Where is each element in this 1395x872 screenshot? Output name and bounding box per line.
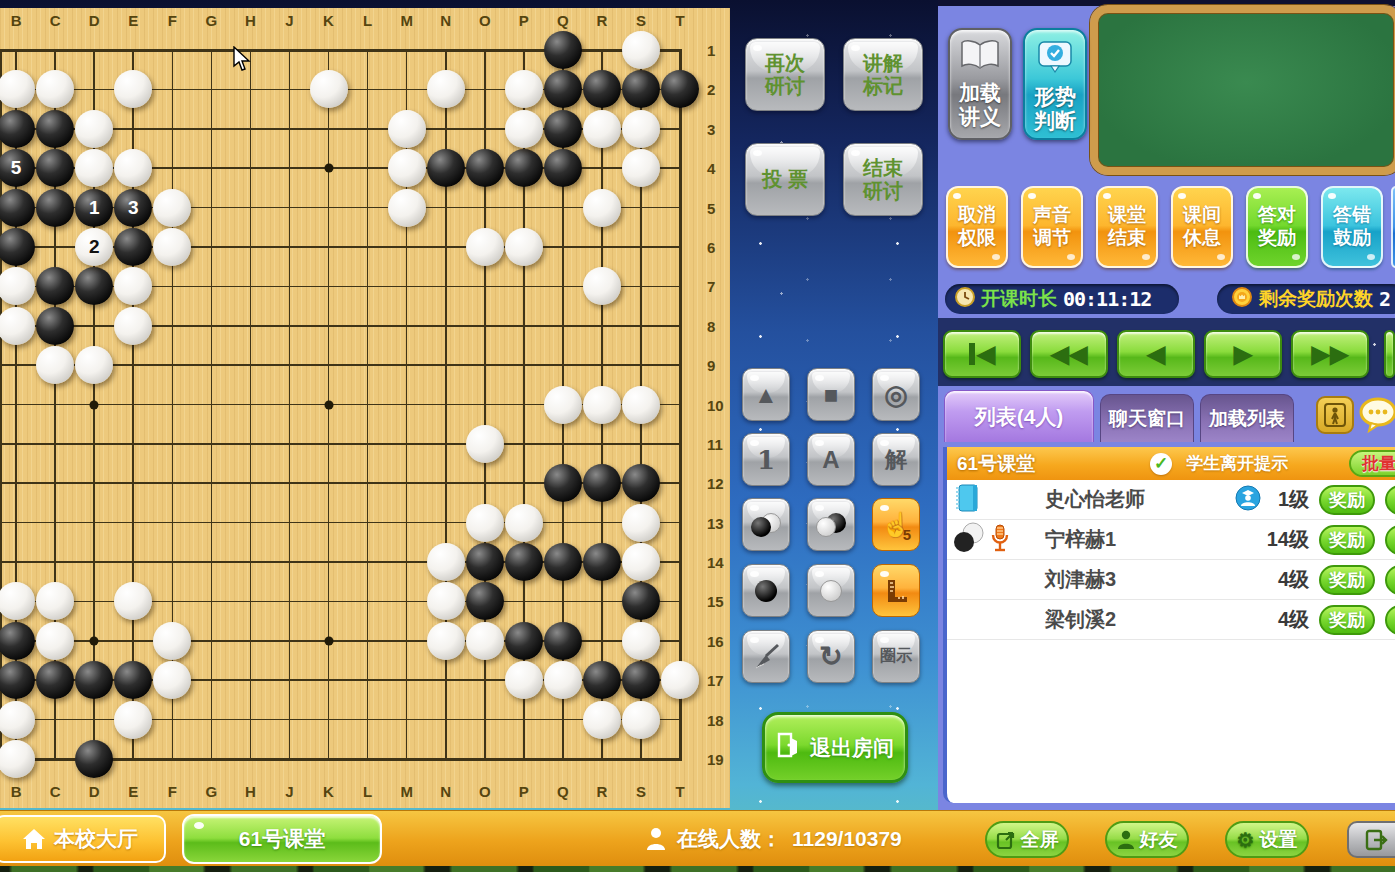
black-stone-E6 <box>114 228 152 266</box>
roster-row-2[interactable]: 宁梓赫114级奖励 <box>947 520 1395 560</box>
person-icon <box>645 827 667 851</box>
black-stone-Q3 <box>544 110 582 148</box>
white-stone-R18 <box>583 701 621 739</box>
star-point <box>90 636 99 645</box>
bottom-bar: 本校大厅 61号课堂 在线人数： 1129/10379 全屏 好友 ⚙ 设置 <box>0 810 1395 866</box>
black-stone-C8 <box>36 307 74 345</box>
col-label-bottom: O <box>479 783 491 800</box>
class-button-5[interactable]: 答对奖励 <box>1246 186 1308 268</box>
black-stone-S17 <box>622 661 660 699</box>
col-label-top: B <box>11 12 22 29</box>
school-hall-label: 本校大厅 <box>54 825 138 853</box>
reward-count-label: 剩余奖励次数 <box>1259 286 1373 312</box>
student-name: 史心怡老师 <box>1045 486 1145 513</box>
col-label-bottom: F <box>168 783 177 800</box>
black-stone-B16 <box>0 622 35 660</box>
black-stone-T2 <box>661 70 699 108</box>
white-stone-C16 <box>36 622 74 660</box>
class-timer-value: 00:11:12 <box>1063 287 1151 311</box>
black-stone-Q12 <box>544 464 582 502</box>
col-label-top: T <box>675 12 684 29</box>
row-label: 13 <box>707 514 724 531</box>
black-stone-P16 <box>505 622 543 660</box>
col-label-top: J <box>285 12 293 29</box>
leave-hint-label: 学生离开提示 <box>1186 452 1288 475</box>
black-stone-B4: 5 <box>0 149 35 187</box>
col-label-top: Q <box>557 12 569 29</box>
black-stone-C17 <box>36 661 74 699</box>
white-stone-F5 <box>153 189 191 227</box>
class-timer-label: 开课时长 <box>981 286 1057 312</box>
exit-door-icon <box>776 732 802 763</box>
row-label: 5 <box>707 199 715 216</box>
reward-count-bar: 剩余奖励次数 2 <box>1217 284 1395 314</box>
roster-row-4[interactable]: 梁钊溪24级奖励 <box>947 600 1395 640</box>
white-stone-B2 <box>0 70 35 108</box>
black-stone-O4 <box>466 149 504 187</box>
white-stone-Q10 <box>544 386 582 424</box>
col-label-bottom: B <box>11 783 22 800</box>
black-stone-S15 <box>622 582 660 620</box>
chalkboard <box>1090 5 1395 175</box>
row-label: 8 <box>707 317 715 334</box>
exit-room-label: 退出房间 <box>810 734 894 762</box>
white-stone-R10 <box>583 386 621 424</box>
white-stone-O6 <box>466 228 504 266</box>
white-stone-S13 <box>622 504 660 542</box>
roster-row-3[interactable]: 刘津赫34级奖励 <box>947 560 1395 600</box>
room-name: 61号课堂 <box>957 451 1035 477</box>
white-stone-N15 <box>427 582 465 620</box>
forward-button[interactable]: ▶ <box>1204 330 1282 378</box>
black-stone-B17 <box>0 661 35 699</box>
white-stone-P2 <box>505 70 543 108</box>
col-label-top: N <box>440 12 451 29</box>
discuss-again-button[interactable]: 再次研讨 <box>745 38 825 111</box>
tab-load-list[interactable]: 加载列表 <box>1200 394 1294 442</box>
white-stone-F17 <box>153 661 191 699</box>
black-stone-E17 <box>114 661 152 699</box>
black-stone-Q2 <box>544 70 582 108</box>
alternate-black-first-button[interactable] <box>742 498 790 551</box>
load-lecture-label: 加载讲义 <box>959 81 1001 129</box>
vote-button[interactable]: 投 票 <box>745 143 825 216</box>
row-label: 10 <box>707 396 724 413</box>
col-label-bottom: C <box>50 783 61 800</box>
black-stone-R2 <box>583 70 621 108</box>
row-label: 18 <box>707 711 724 728</box>
white-stone-O13 <box>466 504 504 542</box>
white-stone-C2 <box>36 70 74 108</box>
logout-button[interactable] <box>1347 821 1395 858</box>
black-stone-D17 <box>75 661 113 699</box>
col-label-bottom: K <box>323 783 334 800</box>
answer-marker-button[interactable]: 解 <box>872 433 920 486</box>
col-label-bottom: H <box>245 783 256 800</box>
col-label-top: O <box>479 12 491 29</box>
nav-button-cutoff[interactable] <box>1384 330 1395 378</box>
col-label-top: G <box>206 12 218 29</box>
black-stone-B6 <box>0 228 35 266</box>
roster-rows: 史心怡老师1级奖励宁梓赫114级奖励刘津赫34级奖励梁钊溪24级奖励 <box>947 480 1395 640</box>
col-label-bottom: Q <box>557 783 569 800</box>
white-stone-B18 <box>0 701 35 739</box>
white-stone-S16 <box>622 622 660 660</box>
white-stone-S3 <box>622 110 660 148</box>
check-bubble-icon <box>1035 40 1075 79</box>
class-button-6[interactable]: 答错鼓励 <box>1321 186 1383 268</box>
col-label-top: D <box>89 12 100 29</box>
class-button-2[interactable]: 声音调节 <box>1021 186 1083 268</box>
room-tab[interactable]: 61号课堂 <box>182 814 382 864</box>
col-label-bottom: D <box>89 783 100 800</box>
col-label-bottom: N <box>440 783 451 800</box>
row-label: 15 <box>707 593 724 610</box>
row-label: 2 <box>707 81 715 98</box>
white-stone-tool-button[interactable] <box>807 564 855 617</box>
white-stone-E7 <box>114 267 152 305</box>
settings-label: 设置 <box>1259 827 1297 853</box>
logout-icon <box>1365 829 1389 851</box>
gear-icon: ⚙ <box>1237 828 1255 852</box>
white-stone-N16 <box>427 622 465 660</box>
black-stone-B5 <box>0 189 35 227</box>
square-marker-button[interactable]: ■ <box>807 368 855 421</box>
medal-icon <box>1231 286 1253 312</box>
col-label-bottom: E <box>128 783 138 800</box>
fast-forward-button[interactable]: ▶▶ <box>1291 330 1369 378</box>
white-stone-E15 <box>114 582 152 620</box>
row-label: 14 <box>707 554 724 571</box>
row-label: 19 <box>707 751 724 768</box>
class-button-cutoff[interactable] <box>1391 186 1395 268</box>
row-label: 11 <box>707 435 723 452</box>
star-point <box>90 400 99 409</box>
class-button-1[interactable]: 取消权限 <box>946 186 1008 268</box>
go-stones-icon <box>953 522 987 558</box>
hand-five-button[interactable]: ☝5 <box>872 498 920 551</box>
col-label-top: H <box>245 12 256 29</box>
star-point <box>324 400 333 409</box>
white-stone-M3 <box>388 110 426 148</box>
white-stone-P6 <box>505 228 543 266</box>
student-level: 4级 <box>1278 566 1309 593</box>
col-label-top: R <box>597 12 608 29</box>
fullscreen-icon <box>996 830 1016 850</box>
triangle-marker-button[interactable]: ▲ <box>742 368 790 421</box>
white-stone-S10 <box>622 386 660 424</box>
star-point <box>324 164 333 173</box>
white-stone-S1 <box>622 31 660 69</box>
black-stone-C3 <box>36 110 74 148</box>
reward-button[interactable]: 奖励 <box>1319 485 1375 515</box>
col-label-top: K <box>323 12 334 29</box>
white-stone-C15 <box>36 582 74 620</box>
online-value: 1129/10379 <box>792 827 902 851</box>
settings-button[interactable]: ⚙ 设置 <box>1225 821 1309 858</box>
white-stone-D3 <box>75 110 113 148</box>
teacher-badge-icon <box>1235 485 1261 515</box>
friend-icon <box>1117 830 1135 850</box>
student-level: 14级 <box>1267 526 1309 553</box>
reward-count-value: 2 <box>1379 287 1390 311</box>
white-stone-M5 <box>388 189 426 227</box>
alternate-white-first-button[interactable] <box>807 498 855 551</box>
student-name: 梁钊溪2 <box>1045 606 1116 633</box>
black-stone-O14 <box>466 543 504 581</box>
white-stone-E2 <box>114 70 152 108</box>
col-label-bottom: G <box>206 783 218 800</box>
white-stone-M4 <box>388 149 426 187</box>
student-leave-icon[interactable] <box>1316 396 1354 434</box>
white-stone-D9 <box>75 346 113 384</box>
col-label-bottom: T <box>675 783 684 800</box>
classroom-panel: 加载讲义 形势判断 取消权限声音调节课堂结束课间休息答对奖励答错鼓励 开课时长 … <box>938 0 1395 810</box>
col-label-top: P <box>519 12 529 29</box>
black-stone-S2 <box>622 70 660 108</box>
broom-clear-button[interactable] <box>742 630 790 683</box>
book-icon <box>959 40 1001 75</box>
student-level: 4级 <box>1278 606 1309 633</box>
black-stone-Q4 <box>544 149 582 187</box>
white-stone-O11 <box>466 425 504 463</box>
tab-list[interactable]: 列表(4人) <box>944 390 1094 442</box>
reward-button-cutoff[interactable] <box>1385 485 1395 515</box>
white-stone-K2 <box>310 70 348 108</box>
explain-marks-button[interactable]: 讲解标记 <box>843 38 923 111</box>
black-stone-C5 <box>36 189 74 227</box>
row-label: 17 <box>707 672 724 689</box>
row-label: 9 <box>707 357 715 374</box>
white-stone-B7 <box>0 267 35 305</box>
online-label: 在线人数： <box>677 825 782 853</box>
black-stone-R17 <box>583 661 621 699</box>
white-stone-E4 <box>114 149 152 187</box>
school-hall-tab[interactable]: 本校大厅 <box>0 815 166 863</box>
number-marker-button[interactable]: 1 <box>742 433 790 486</box>
black-stone-Q14 <box>544 543 582 581</box>
white-stone-D6: 2 <box>75 228 113 266</box>
white-stone-R5 <box>583 189 621 227</box>
black-stone-P14 <box>505 543 543 581</box>
black-stone-D19 <box>75 740 113 778</box>
black-stone-C7 <box>36 267 74 305</box>
ruler-tool-button[interactable] <box>872 564 920 617</box>
roster-header: 61号课堂 ✓ 学生离开提示 批量 <box>947 447 1395 480</box>
white-stone-P13 <box>505 504 543 542</box>
reward-button[interactable]: 奖励 <box>1319 565 1375 595</box>
friends-label: 好友 <box>1140 827 1178 853</box>
row-label: 1 <box>707 42 715 59</box>
black-stone-R12 <box>583 464 621 502</box>
situation-judgement-label: 形势判断 <box>1034 85 1076 133</box>
white-stone-C9 <box>36 346 74 384</box>
black-stone-Q1 <box>544 31 582 69</box>
checkmark-icon[interactable]: ✓ <box>1150 453 1172 475</box>
white-stone-O16 <box>466 622 504 660</box>
white-stone-N2 <box>427 70 465 108</box>
row-label: 3 <box>707 120 715 137</box>
col-label-top: F <box>168 12 177 29</box>
situation-judgement-button[interactable]: 形势判断 <box>1023 28 1087 140</box>
white-stone-S14 <box>622 543 660 581</box>
white-stone-R3 <box>583 110 621 148</box>
white-stone-Q17 <box>544 661 582 699</box>
house-icon <box>22 828 46 850</box>
row-label: 12 <box>707 475 724 492</box>
reward-button[interactable]: 奖励 <box>1319 525 1375 555</box>
col-label-top: M <box>400 12 413 29</box>
white-stone-B15 <box>0 582 35 620</box>
col-label-top: S <box>636 12 646 29</box>
black-stone-R14 <box>583 543 621 581</box>
row-label: 4 <box>707 160 715 177</box>
chat-bubble-icon[interactable] <box>1359 396 1395 434</box>
reward-button-cutoff[interactable] <box>1385 525 1395 555</box>
room-tab-label: 61号课堂 <box>239 825 325 853</box>
batch-reward-button[interactable]: 批量 <box>1349 450 1395 477</box>
black-stone-tool-button[interactable] <box>742 564 790 617</box>
fullscreen-button[interactable]: 全屏 <box>985 821 1069 858</box>
white-stone-P3 <box>505 110 543 148</box>
go-board[interactable]: BBCCDDEEFFGGHHJJKKLLMMNNOOPPQQRRSSTT1234… <box>0 8 730 808</box>
white-stone-T17 <box>661 661 699 699</box>
exit-room-button[interactable]: 退出房间 <box>762 712 908 783</box>
col-label-bottom: P <box>519 783 529 800</box>
col-label-bottom: M <box>400 783 413 800</box>
row-label: 6 <box>707 238 715 255</box>
white-stone-E18 <box>114 701 152 739</box>
desktop-strip <box>0 866 1395 872</box>
circle-marker-button[interactable]: ◎ <box>872 368 920 421</box>
letter-marker-button[interactable]: A <box>807 433 855 486</box>
class-timer-bar: 开课时长 00:11:12 <box>945 284 1179 314</box>
col-label-bottom: L <box>363 783 372 800</box>
black-stone-S12 <box>622 464 660 502</box>
star-point <box>324 636 333 645</box>
col-label-top: L <box>363 12 372 29</box>
app-window: BBCCDDEEFFGGHHJJKKLLMMNNOOPPQQRRSSTT1234… <box>0 0 1395 872</box>
microphone-icon <box>989 523 1011 557</box>
mouse-cursor <box>232 46 254 72</box>
black-stone-D5: 1 <box>75 189 113 227</box>
white-stone-S18 <box>622 701 660 739</box>
fast-backward-button[interactable]: ◀◀ <box>1030 330 1108 378</box>
white-stone-F6 <box>153 228 191 266</box>
roster-row-1[interactable]: 史心怡老师1级奖励 <box>947 480 1395 520</box>
friends-button[interactable]: 好友 <box>1105 821 1189 858</box>
reward-button-cutoff[interactable] <box>1385 605 1395 635</box>
student-roster: 61号课堂 ✓ 学生离开提示 批量 史心怡老师1级奖励宁梓赫114级奖励刘津赫3… <box>943 447 1395 803</box>
black-stone-E5: 3 <box>114 189 152 227</box>
white-stone-N14 <box>427 543 465 581</box>
student-level: 1级 <box>1278 486 1309 513</box>
black-stone-P4 <box>505 149 543 187</box>
black-stone-D7 <box>75 267 113 305</box>
student-name: 刘津赫3 <box>1045 566 1116 593</box>
class-button-4[interactable]: 课间休息 <box>1171 186 1233 268</box>
load-lecture-button[interactable]: 加载讲义 <box>948 28 1012 140</box>
white-stone-P17 <box>505 661 543 699</box>
black-stone-C4 <box>36 149 74 187</box>
reward-button[interactable]: 奖励 <box>1319 605 1375 635</box>
first-button[interactable]: ◀ <box>943 330 1021 378</box>
col-label-bottom: J <box>285 783 293 800</box>
end-discussion-button[interactable]: 结束研讨 <box>843 143 923 216</box>
black-stone-Q16 <box>544 622 582 660</box>
class-button-3[interactable]: 课堂结束 <box>1096 186 1158 268</box>
refresh-button[interactable]: ↻ <box>807 630 855 683</box>
circle-show-button[interactable]: 圈示 <box>872 630 920 683</box>
black-stone-O15 <box>466 582 504 620</box>
black-stone-B3 <box>0 110 35 148</box>
tab-chat[interactable]: 聊天窗口 <box>1100 394 1194 442</box>
reward-button-cutoff[interactable] <box>1385 565 1395 595</box>
white-stone-E8 <box>114 307 152 345</box>
white-stone-D4 <box>75 149 113 187</box>
online-count: 在线人数： 1129/10379 <box>645 811 902 867</box>
white-stone-S4 <box>622 149 660 187</box>
col-label-top: E <box>128 12 138 29</box>
white-stone-B19 <box>0 740 35 778</box>
white-stone-R7 <box>583 267 621 305</box>
fullscreen-label: 全屏 <box>1021 827 1059 853</box>
notebook-icon <box>953 483 979 517</box>
row-label: 16 <box>707 632 724 649</box>
col-label-bottom: S <box>636 783 646 800</box>
clock-icon <box>955 287 975 311</box>
white-stone-F16 <box>153 622 191 660</box>
backward-button[interactable]: ◀ <box>1117 330 1195 378</box>
col-label-bottom: R <box>597 783 608 800</box>
black-stone-N4 <box>427 149 465 187</box>
row-label: 7 <box>707 278 715 295</box>
white-stone-B8 <box>0 307 35 345</box>
student-name: 宁梓赫1 <box>1045 526 1116 553</box>
col-label-top: C <box>50 12 61 29</box>
